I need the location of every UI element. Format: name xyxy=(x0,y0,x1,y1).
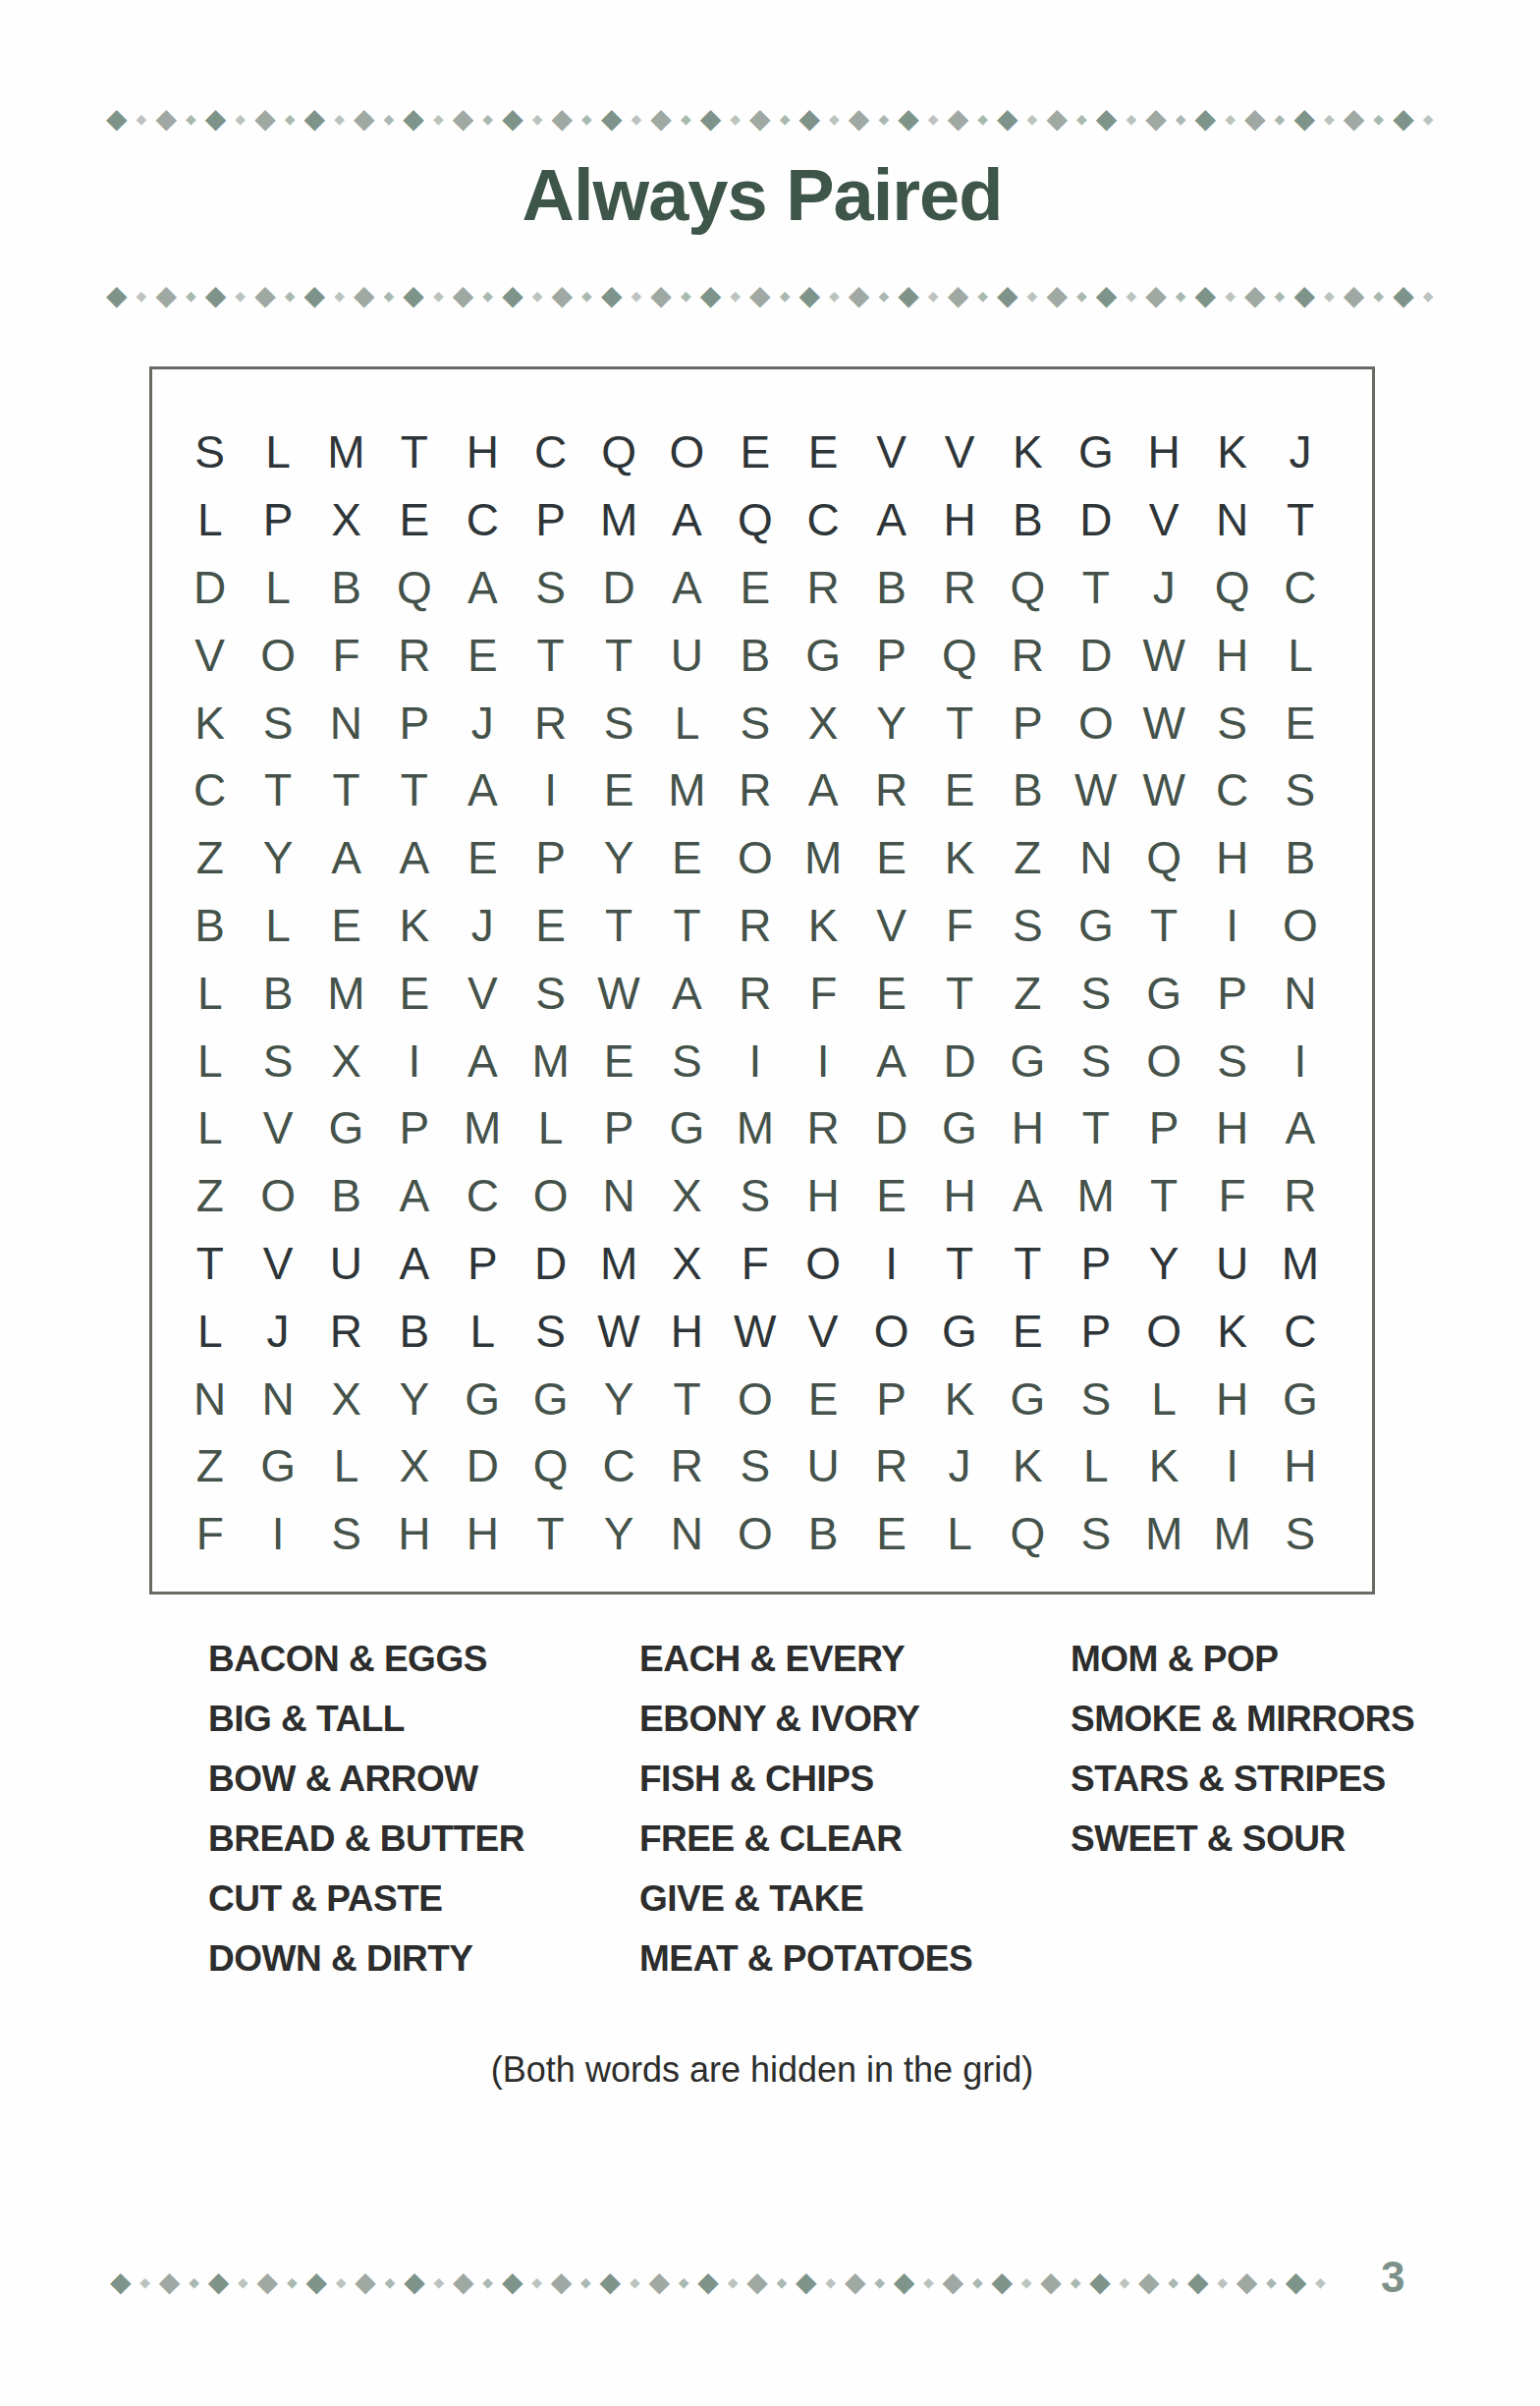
grid-cell[interactable]: H xyxy=(925,1162,993,1230)
grid-cell[interactable]: K xyxy=(925,1365,993,1432)
grid-cell[interactable]: C xyxy=(176,756,244,824)
grid-cell[interactable]: M xyxy=(790,824,857,892)
grid-cell[interactable]: S xyxy=(244,1027,311,1094)
grid-cell[interactable]: H xyxy=(1129,419,1197,486)
grid-cell[interactable]: L xyxy=(176,959,244,1027)
grid-cell[interactable]: K xyxy=(994,419,1062,486)
grid-cell[interactable]: P xyxy=(449,1230,517,1298)
grid-cell[interactable]: W xyxy=(1129,689,1197,756)
grid-cell[interactable]: E xyxy=(857,824,925,892)
grid-cell[interactable]: R xyxy=(790,554,857,622)
grid-cell[interactable]: Q xyxy=(1198,554,1266,622)
grid-cell[interactable]: A xyxy=(857,486,925,554)
grid-cell[interactable]: B xyxy=(994,486,1062,554)
grid-cell[interactable]: Q xyxy=(517,1432,584,1500)
grid-cell[interactable]: T xyxy=(244,756,311,824)
grid-cell[interactable]: X xyxy=(653,1162,721,1230)
grid-cell[interactable]: O xyxy=(1266,892,1334,960)
grid-cell[interactable]: G xyxy=(653,1094,721,1162)
grid-cell[interactable]: T xyxy=(1062,554,1129,622)
grid-cell[interactable]: E xyxy=(312,892,380,960)
grid-cell[interactable]: Y xyxy=(584,1500,652,1568)
grid-cell[interactable]: A xyxy=(1266,1094,1334,1162)
grid-cell[interactable]: S xyxy=(312,1500,380,1568)
grid-cell[interactable]: N xyxy=(1198,486,1266,554)
grid-cell[interactable]: S xyxy=(1062,1500,1129,1568)
grid-cell[interactable]: L xyxy=(244,892,311,960)
grid-cell[interactable]: R xyxy=(517,689,584,756)
grid-cell[interactable]: T xyxy=(517,1500,584,1568)
grid-cell[interactable]: O xyxy=(244,621,311,689)
grid-cell[interactable]: G xyxy=(1062,892,1129,960)
grid-cell[interactable]: I xyxy=(857,1230,925,1298)
grid-cell[interactable]: M xyxy=(653,756,721,824)
grid-cell[interactable]: Q xyxy=(994,554,1062,622)
grid-cell[interactable]: L xyxy=(1062,1432,1129,1500)
grid-cell[interactable]: T xyxy=(925,689,993,756)
grid-cell[interactable]: E xyxy=(449,824,517,892)
grid-cell[interactable]: I xyxy=(1198,892,1266,960)
grid-cell[interactable]: T xyxy=(925,959,993,1027)
grid-cell[interactable]: V xyxy=(925,419,993,486)
grid-cell[interactable]: E xyxy=(857,959,925,1027)
grid-cell[interactable]: T xyxy=(312,756,380,824)
grid-cell[interactable]: T xyxy=(653,1365,721,1432)
grid-cell[interactable]: X xyxy=(790,689,857,756)
grid-cell[interactable]: F xyxy=(176,1500,244,1568)
grid-cell[interactable]: L xyxy=(176,1297,244,1365)
grid-cell[interactable]: T xyxy=(380,419,448,486)
grid-cell[interactable]: D xyxy=(176,554,244,622)
grid-cell[interactable]: B xyxy=(790,1500,857,1568)
grid-cell[interactable]: D xyxy=(449,1432,517,1500)
grid-cell[interactable]: P xyxy=(380,1094,448,1162)
grid-cell[interactable]: E xyxy=(721,419,789,486)
grid-cell[interactable]: M xyxy=(584,1230,652,1298)
grid-cell[interactable]: A xyxy=(449,756,517,824)
grid-cell[interactable]: E xyxy=(857,1162,925,1230)
grid-cell[interactable]: C xyxy=(1198,756,1266,824)
grid-cell[interactable]: J xyxy=(244,1297,311,1365)
grid-cell[interactable]: M xyxy=(312,419,380,486)
grid-cell[interactable]: E xyxy=(721,554,789,622)
diamond-icon: ◆ xyxy=(776,2275,787,2289)
grid-cell[interactable]: Z xyxy=(176,824,244,892)
grid-cell[interactable]: T xyxy=(584,892,652,960)
grid-cell[interactable]: E xyxy=(857,1500,925,1568)
grid-cell[interactable]: R xyxy=(857,1432,925,1500)
grid-cell[interactable]: H xyxy=(1198,1365,1266,1432)
grid-cell[interactable]: D xyxy=(857,1094,925,1162)
grid-cell[interactable]: S xyxy=(584,689,652,756)
grid-cell[interactable]: W xyxy=(584,959,652,1027)
grid-cell[interactable]: X xyxy=(380,1432,448,1500)
grid-cell[interactable]: K xyxy=(380,892,448,960)
grid-cell[interactable]: C xyxy=(1266,1297,1334,1365)
grid-cell[interactable]: E xyxy=(584,756,652,824)
grid-cell[interactable]: E xyxy=(517,892,584,960)
grid-cell[interactable]: Q xyxy=(380,554,448,622)
grid-cell[interactable]: J xyxy=(1266,419,1334,486)
grid-cell[interactable]: C xyxy=(1266,554,1334,622)
grid-cell[interactable]: X xyxy=(653,1230,721,1298)
grid-cell[interactable]: P xyxy=(244,486,311,554)
grid-cell[interactable]: Y xyxy=(584,824,652,892)
grid-cell[interactable]: E xyxy=(584,1027,652,1094)
grid-cell[interactable]: M xyxy=(449,1094,517,1162)
grid-cell[interactable]: L xyxy=(244,419,311,486)
grid-cell[interactable]: P xyxy=(517,824,584,892)
grid-cell[interactable]: F xyxy=(1198,1162,1266,1230)
grid-cell[interactable]: S xyxy=(994,892,1062,960)
diamond-icon: ◆ xyxy=(159,2268,181,2296)
grid-cell[interactable]: I xyxy=(721,1027,789,1094)
grid-cell[interactable]: U xyxy=(1198,1230,1266,1298)
grid-cell[interactable]: L xyxy=(653,689,721,756)
grid-cell[interactable]: B xyxy=(721,621,789,689)
grid-cell[interactable]: I xyxy=(790,1027,857,1094)
grid-cell[interactable]: S xyxy=(653,1027,721,1094)
grid-cell[interactable]: P xyxy=(994,689,1062,756)
grid-cell[interactable]: P xyxy=(857,1365,925,1432)
grid-cell[interactable]: O xyxy=(721,1365,789,1432)
grid-cell[interactable]: E xyxy=(653,824,721,892)
grid-cell[interactable]: S xyxy=(1266,756,1334,824)
grid-cell[interactable]: M xyxy=(517,1027,584,1094)
grid-cell[interactable]: G xyxy=(790,621,857,689)
grid-cell[interactable]: T xyxy=(517,621,584,689)
word-list-column-1: BACON & EGGSBIG & TALLBOW & ARROWBREAD &… xyxy=(208,1629,524,1988)
grid-cell[interactable]: C xyxy=(517,419,584,486)
grid-cell[interactable]: I xyxy=(1198,1432,1266,1500)
grid-cell[interactable]: B xyxy=(380,1297,448,1365)
grid-cell[interactable]: A xyxy=(857,1027,925,1094)
grid-cell[interactable]: E xyxy=(994,1297,1062,1365)
grid-cell[interactable]: F xyxy=(790,959,857,1027)
grid-cell[interactable]: R xyxy=(721,756,789,824)
grid-cell[interactable]: I xyxy=(1266,1027,1334,1094)
grid-cell[interactable]: P xyxy=(517,486,584,554)
grid-cell[interactable]: W xyxy=(1062,756,1129,824)
grid-cell[interactable]: H xyxy=(790,1162,857,1230)
diamond-icon: ◆ xyxy=(1286,2268,1307,2296)
grid-cell[interactable]: H xyxy=(380,1500,448,1568)
grid-cell[interactable]: U xyxy=(790,1432,857,1500)
grid-cell[interactable]: S xyxy=(721,1162,789,1230)
grid-cell[interactable]: H xyxy=(994,1094,1062,1162)
grid-cell[interactable]: J xyxy=(449,689,517,756)
grid-cell[interactable]: Y xyxy=(1129,1230,1197,1298)
grid-cell[interactable]: Y xyxy=(244,824,311,892)
grid-cell[interactable]: B xyxy=(994,756,1062,824)
grid-cell[interactable]: E xyxy=(380,486,448,554)
grid-cell[interactable]: L xyxy=(517,1094,584,1162)
grid-cell[interactable]: L xyxy=(176,1027,244,1094)
grid-cell[interactable]: S xyxy=(1062,1027,1129,1094)
word-list-column-2: EACH & EVERYEBONY & IVORYFISH & CHIPSFRE… xyxy=(639,1629,972,1988)
grid-cell[interactable]: B xyxy=(1266,824,1334,892)
grid-cell[interactable]: T xyxy=(653,892,721,960)
grid-cell[interactable]: Z xyxy=(994,959,1062,1027)
grid-cell[interactable]: I xyxy=(244,1500,311,1568)
grid-cell[interactable]: P xyxy=(584,1094,652,1162)
grid-cell[interactable]: P xyxy=(380,689,448,756)
grid-cell[interactable]: O xyxy=(721,1500,789,1568)
grid-cell[interactable]: K xyxy=(1198,1297,1266,1365)
grid-cell[interactable]: G xyxy=(994,1027,1062,1094)
grid-cell[interactable]: R xyxy=(925,554,993,622)
grid-cell[interactable]: K xyxy=(1129,1432,1197,1500)
grid-cell[interactable]: M xyxy=(1198,1500,1266,1568)
grid-cell[interactable]: T xyxy=(1266,486,1334,554)
grid-cell[interactable]: V xyxy=(244,1230,311,1298)
diamond-icon: ◆ xyxy=(384,112,395,126)
grid-cell[interactable]: N xyxy=(584,1162,652,1230)
grid-cell[interactable]: P xyxy=(857,621,925,689)
grid-cell[interactable]: E xyxy=(1266,689,1334,756)
grid-cell[interactable]: K xyxy=(994,1432,1062,1500)
grid-cell[interactable]: M xyxy=(1062,1162,1129,1230)
grid-cell[interactable]: W xyxy=(721,1297,789,1365)
grid-cell[interactable]: V xyxy=(176,621,244,689)
grid-cell[interactable]: M xyxy=(312,959,380,1027)
grid-cell[interactable]: Y xyxy=(380,1365,448,1432)
grid-cell[interactable]: X xyxy=(312,486,380,554)
grid-cell[interactable]: A xyxy=(994,1162,1062,1230)
grid-cell[interactable]: A xyxy=(653,554,721,622)
grid-cell[interactable]: L xyxy=(1266,621,1334,689)
grid-cell[interactable]: G xyxy=(517,1365,584,1432)
grid-cell[interactable]: G xyxy=(925,1094,993,1162)
grid-cell[interactable]: S xyxy=(517,554,584,622)
grid-cell[interactable]: K xyxy=(925,824,993,892)
grid-cell[interactable]: O xyxy=(790,1230,857,1298)
grid-cell[interactable]: T xyxy=(176,1230,244,1298)
grid-cell[interactable]: R xyxy=(790,1094,857,1162)
grid-cell[interactable]: R xyxy=(721,959,789,1027)
grid-cell[interactable]: P xyxy=(1062,1297,1129,1365)
grid-cell[interactable]: L xyxy=(1129,1365,1197,1432)
grid-cell[interactable]: N xyxy=(1266,959,1334,1027)
grid-cell[interactable]: C xyxy=(449,1162,517,1230)
grid-cell[interactable]: J xyxy=(925,1432,993,1500)
grid-cell[interactable]: G xyxy=(1062,419,1129,486)
grid-cell[interactable]: O xyxy=(1129,1297,1197,1365)
grid-cell[interactable]: V xyxy=(1129,486,1197,554)
grid-cell[interactable]: U xyxy=(653,621,721,689)
grid-cell[interactable]: N xyxy=(1062,824,1129,892)
grid-cell[interactable]: B xyxy=(857,554,925,622)
grid-cell[interactable]: S xyxy=(517,1297,584,1365)
grid-cell[interactable]: B xyxy=(312,1162,380,1230)
diamond-icon: ◆ xyxy=(1275,112,1286,126)
grid-cell[interactable]: D xyxy=(517,1230,584,1298)
grid-cell[interactable]: S xyxy=(1266,1500,1334,1568)
grid-cell[interactable]: I xyxy=(517,756,584,824)
grid-cell[interactable]: S xyxy=(1198,689,1266,756)
grid-cell[interactable]: S xyxy=(244,689,311,756)
grid-cell[interactable]: B xyxy=(244,959,311,1027)
grid-cell[interactable]: G xyxy=(1129,959,1197,1027)
grid-cell[interactable]: G xyxy=(449,1365,517,1432)
grid-cell[interactable]: S xyxy=(721,689,789,756)
grid-cell[interactable]: F xyxy=(925,892,993,960)
grid-cell[interactable]: L xyxy=(176,1094,244,1162)
grid-cell[interactable]: T xyxy=(380,756,448,824)
grid-cell[interactable]: R xyxy=(380,621,448,689)
grid-cell[interactable]: O xyxy=(244,1162,311,1230)
grid-cell[interactable]: A xyxy=(653,959,721,1027)
grid-cell[interactable]: X xyxy=(312,1365,380,1432)
grid-cell[interactable]: G xyxy=(312,1094,380,1162)
grid-cell[interactable]: W xyxy=(1129,756,1197,824)
diamond-icon: ◆ xyxy=(1195,105,1217,133)
grid-cell[interactable]: E xyxy=(790,1365,857,1432)
grid-cell[interactable]: A xyxy=(312,824,380,892)
grid-cell[interactable]: A xyxy=(380,1162,448,1230)
grid-cell[interactable]: Z xyxy=(176,1162,244,1230)
grid-cell[interactable]: V xyxy=(790,1297,857,1365)
grid-cell[interactable]: A xyxy=(653,486,721,554)
grid-cell[interactable]: M xyxy=(584,486,652,554)
grid-cell[interactable]: G xyxy=(994,1365,1062,1432)
grid-cell[interactable]: R xyxy=(312,1297,380,1365)
grid-cell[interactable]: M xyxy=(1129,1500,1197,1568)
grid-cell[interactable]: O xyxy=(517,1162,584,1230)
grid-cell[interactable]: K xyxy=(790,892,857,960)
grid-cell[interactable]: O xyxy=(721,824,789,892)
grid-cell[interactable]: O xyxy=(1129,1027,1197,1094)
grid-cell[interactable]: Q xyxy=(925,621,993,689)
word-list-item: MEAT & POTATOES xyxy=(639,1929,972,1988)
grid-cell[interactable]: H xyxy=(1198,824,1266,892)
grid-cell[interactable]: V xyxy=(244,1094,311,1162)
grid-cell[interactable]: A xyxy=(449,1027,517,1094)
grid-cell[interactable]: R xyxy=(1266,1162,1334,1230)
grid-cell[interactable]: S xyxy=(721,1432,789,1500)
grid-cell[interactable]: L xyxy=(312,1432,380,1500)
grid-cell[interactable]: N xyxy=(244,1365,311,1432)
grid-cell[interactable]: H xyxy=(1198,1094,1266,1162)
grid-cell[interactable]: L xyxy=(244,554,311,622)
grid-cell[interactable]: U xyxy=(312,1230,380,1298)
grid-cell[interactable]: T xyxy=(1062,1094,1129,1162)
grid-cell[interactable]: R xyxy=(653,1432,721,1500)
grid-cell[interactable]: A xyxy=(449,554,517,622)
grid-cell[interactable]: N xyxy=(176,1365,244,1432)
grid-cell[interactable]: L xyxy=(449,1297,517,1365)
grid-cell[interactable]: O xyxy=(857,1297,925,1365)
grid-cell[interactable]: X xyxy=(312,1027,380,1094)
grid-cell[interactable]: S xyxy=(1062,1365,1129,1432)
grid-cell[interactable]: G xyxy=(244,1432,311,1500)
grid-cell[interactable]: W xyxy=(584,1297,652,1365)
grid-cell[interactable]: L xyxy=(176,486,244,554)
grid-cell[interactable]: Z xyxy=(176,1432,244,1500)
grid-cell[interactable]: Y xyxy=(584,1365,652,1432)
grid-cell[interactable]: Q xyxy=(721,486,789,554)
grid-cell[interactable]: E xyxy=(380,959,448,1027)
grid-cell[interactable]: P xyxy=(1129,1094,1197,1162)
grid-cell[interactable]: E xyxy=(790,419,857,486)
grid-cell[interactable]: D xyxy=(1062,621,1129,689)
grid-cell[interactable]: V xyxy=(857,419,925,486)
grid-cell[interactable]: H xyxy=(449,419,517,486)
grid-cell[interactable]: F xyxy=(312,621,380,689)
grid-cell[interactable]: M xyxy=(721,1094,789,1162)
grid-cell[interactable]: T xyxy=(925,1230,993,1298)
grid-cell[interactable]: B xyxy=(312,554,380,622)
grid-cell[interactable]: D xyxy=(925,1027,993,1094)
grid-cell[interactable]: V xyxy=(857,892,925,960)
grid-cell[interactable]: P xyxy=(1062,1230,1129,1298)
grid-cell[interactable]: T xyxy=(1129,1162,1197,1230)
grid-cell[interactable]: T xyxy=(994,1230,1062,1298)
grid-cell[interactable]: C xyxy=(449,486,517,554)
grid-cell[interactable]: H xyxy=(449,1500,517,1568)
grid-cell[interactable]: G xyxy=(925,1297,993,1365)
grid-cell[interactable]: H xyxy=(653,1297,721,1365)
grid-cell[interactable]: G xyxy=(1266,1365,1334,1432)
grid-cell[interactable]: W xyxy=(1129,621,1197,689)
grid-cell[interactable]: M xyxy=(1266,1230,1334,1298)
grid-cell[interactable]: Q xyxy=(994,1500,1062,1568)
grid-cell[interactable]: K xyxy=(1198,419,1266,486)
grid-cell[interactable]: K xyxy=(176,689,244,756)
diamond-icon: ◆ xyxy=(1217,2275,1228,2289)
grid-cell[interactable]: O xyxy=(1062,689,1129,756)
grid-cell[interactable]: C xyxy=(584,1432,652,1500)
grid-cell[interactable]: V xyxy=(449,959,517,1027)
grid-cell[interactable]: D xyxy=(1062,486,1129,554)
grid-cell[interactable]: C xyxy=(790,486,857,554)
grid-cell[interactable]: N xyxy=(312,689,380,756)
grid-cell[interactable]: S xyxy=(1198,1027,1266,1094)
grid-cell[interactable]: Q xyxy=(584,419,652,486)
grid-cell[interactable]: R xyxy=(994,621,1062,689)
grid-cell[interactable]: J xyxy=(449,892,517,960)
grid-cell[interactable]: J xyxy=(1129,554,1197,622)
grid-cell[interactable]: P xyxy=(1198,959,1266,1027)
grid-cell[interactable]: S xyxy=(1062,959,1129,1027)
grid-cell[interactable]: H xyxy=(1266,1432,1334,1500)
grid-cell[interactable]: Y xyxy=(857,689,925,756)
grid-cell[interactable]: H xyxy=(925,486,993,554)
grid-cell[interactable]: T xyxy=(1129,892,1197,960)
grid-cell[interactable]: N xyxy=(653,1500,721,1568)
diamond-icon: ◆ xyxy=(355,2268,376,2296)
grid-cell[interactable]: S xyxy=(176,419,244,486)
grid-cell[interactable]: A xyxy=(380,1230,448,1298)
grid-cell[interactable]: A xyxy=(790,756,857,824)
grid-cell[interactable]: A xyxy=(380,824,448,892)
grid-cell[interactable]: H xyxy=(1198,621,1266,689)
grid-cell[interactable]: Z xyxy=(994,824,1062,892)
grid-cell[interactable]: Q xyxy=(1129,824,1197,892)
grid-cell[interactable]: T xyxy=(584,621,652,689)
grid-cell[interactable]: S xyxy=(517,959,584,1027)
grid-cell[interactable]: B xyxy=(176,892,244,960)
grid-cell[interactable]: F xyxy=(721,1230,789,1298)
grid-cell[interactable]: O xyxy=(653,419,721,486)
grid-cell[interactable]: R xyxy=(857,756,925,824)
grid-cell[interactable]: L xyxy=(925,1500,993,1568)
grid-cell[interactable]: E xyxy=(449,621,517,689)
grid-cell[interactable]: I xyxy=(380,1027,448,1094)
grid-cell[interactable]: D xyxy=(584,554,652,622)
grid-cell[interactable]: E xyxy=(925,756,993,824)
grid-cell[interactable]: R xyxy=(721,892,789,960)
